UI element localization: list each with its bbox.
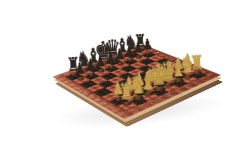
square-e6: [110, 69, 127, 76]
piece-black-bishop-c8: ♝: [107, 36, 138, 59]
piece-black-pawn-b7: ♟: [123, 40, 154, 58]
coordinate-markings-right: [147, 48, 210, 73]
piece-black-knight-b8: ♞: [116, 33, 147, 56]
piece-black-king-e8: ♚: [87, 37, 119, 66]
square-b4: [154, 65, 171, 72]
square-c8: [115, 55, 131, 61]
square-c7: [122, 59, 138, 66]
square-a4: [163, 61, 180, 68]
piece-black-rook-h8: ♜: [57, 54, 90, 77]
piece-black-pawn-g7: ♟: [75, 57, 108, 76]
square-b7: [131, 55, 147, 62]
piece-black-pawn-f7: ♟: [85, 54, 117, 73]
piece-black-pawn-d7: ♟: [105, 47, 137, 66]
piece-black-queen-d8: ♛: [97, 36, 129, 62]
square-b5: [146, 62, 163, 69]
square-a5: [155, 58, 172, 65]
square-d6: [120, 65, 137, 72]
square-h8: [66, 73, 83, 80]
square-a7: [140, 52, 156, 58]
square-d5: [127, 69, 144, 76]
chess-board: ♜♞♝♚♛♝♞♜♟♟♟♟♟♟♟♟♟♟♟♟♟♟♟♟♜♞♝♚♛♝♞♜: [53, 44, 221, 119]
photo-scene: ♜♞♝♚♛♝♞♜♟♟♟♟♟♟♟♟♟♟♟♟♟♟♟♟♜♞♝♚♛♝♞♜: [0, 0, 240, 150]
square-a3: [171, 65, 188, 72]
piece-black-bishop-f8: ♝: [78, 45, 110, 69]
piece-black-rook-a8: ♜: [125, 31, 155, 52]
piece-black-pawn-a7: ♟: [133, 37, 163, 55]
board-assembly: ♜♞♝♚♛♝♞♜♟♟♟♟♟♟♟♟♟♟♟♟♟♟♟♟♜♞♝♚♛♝♞♜: [71, 12, 199, 140]
square-g8: [76, 69, 93, 76]
square-c5: [137, 65, 154, 72]
square-e7: [103, 65, 120, 72]
square-e8: [96, 62, 112, 69]
perspective-container: ♜♞♝♚♛♝♞♜♟♟♟♟♟♟♟♟♟♟♟♟♟♟♟♟♜♞♝♚♛♝♞♜: [0, 0, 240, 150]
piece-black-knight-g8: ♞: [68, 49, 101, 73]
square-d8: [106, 59, 122, 66]
square-d7: [113, 62, 130, 69]
square-b6: [139, 58, 156, 65]
square-c6: [129, 62, 146, 69]
square-a6: [148, 55, 164, 62]
square-b8: [124, 52, 140, 58]
piece-black-pawn-e7: ♟: [95, 50, 127, 69]
square-f7: [93, 69, 110, 76]
square-f8: [86, 66, 103, 73]
piece-black-pawn-c7: ♟: [114, 44, 145, 62]
coordinate-markings-top: [65, 48, 137, 74]
square-a8: [133, 49, 149, 55]
